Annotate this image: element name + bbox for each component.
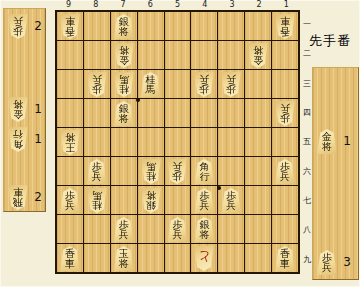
piece-kanji: 歩兵: [92, 162, 102, 182]
square-1-4[interactable]: 歩兵: [272, 99, 298, 127]
piece-gote-桂馬[interactable]: 桂馬: [140, 159, 162, 184]
piece-kanji: 歩兵: [92, 74, 102, 94]
piece-kanji: 王将: [65, 132, 75, 152]
star-point: [136, 98, 140, 102]
square-5-5[interactable]: [165, 128, 191, 156]
square-8-7[interactable]: 桂馬: [84, 186, 110, 214]
square-1-2[interactable]: [272, 41, 298, 69]
piece-gote-香車[interactable]: 香車: [274, 14, 296, 39]
square-9-7[interactable]: 歩兵: [57, 186, 83, 214]
file-label-9: 9: [55, 0, 82, 9]
square-4-6[interactable]: 角行: [191, 157, 217, 185]
file-label-8: 8: [82, 0, 109, 9]
square-5-4[interactable]: [165, 99, 191, 127]
file-label-2: 2: [246, 0, 273, 9]
square-3-5[interactable]: [218, 128, 244, 156]
piece-kanji: 角行: [199, 162, 209, 182]
square-4-4[interactable]: [191, 99, 217, 127]
piece-kanji: 歩兵: [199, 74, 209, 94]
piece-sente-歩兵[interactable]: 歩兵: [220, 188, 242, 213]
sente-captured-tray: 金将1歩兵3: [312, 67, 359, 280]
piece-sente-香車[interactable]: 香車: [59, 246, 81, 271]
piece-kanji: 香車: [280, 249, 290, 269]
square-7-4[interactable]: 銀将: [111, 99, 137, 127]
piece-gote-角行[interactable]: 角行: [7, 127, 29, 152]
piece-gote-桂馬[interactable]: 桂馬: [86, 188, 108, 213]
piece-kanji: 銀将: [119, 17, 129, 37]
captured-sente-歩兵[interactable]: 歩兵3: [316, 250, 354, 276]
piece-kanji: 角行: [13, 129, 23, 149]
square-9-1[interactable]: 香車: [57, 12, 83, 40]
square-1-1[interactable]: 香車: [272, 12, 298, 40]
gote-captured-tray: 歩兵2金将1角行1飛車2: [3, 8, 46, 212]
square-9-2[interactable]: [57, 41, 83, 69]
piece-gote-と[interactable]: と: [193, 246, 215, 271]
piece-kanji: 歩兵: [172, 220, 182, 240]
piece-sente-角行[interactable]: 角行: [193, 159, 215, 184]
square-1-8[interactable]: [272, 215, 298, 243]
square-8-3[interactable]: 歩兵: [84, 70, 110, 98]
square-8-5[interactable]: [84, 128, 110, 156]
piece-kanji: 桂馬: [146, 75, 156, 95]
square-1-3[interactable]: [272, 70, 298, 98]
file-label-5: 5: [164, 0, 191, 9]
file-label-4: 4: [191, 0, 218, 9]
square-8-1[interactable]: [84, 12, 110, 40]
square-5-7[interactable]: [165, 186, 191, 214]
piece-sente-桂馬[interactable]: 桂馬: [140, 72, 162, 97]
square-2-5[interactable]: [245, 128, 271, 156]
piece-gote-歩兵[interactable]: 歩兵: [86, 72, 108, 97]
square-7-7[interactable]: [111, 186, 137, 214]
piece-sente-玉将[interactable]: 玉将: [113, 246, 135, 271]
square-6-2[interactable]: [138, 41, 164, 69]
square-3-2[interactable]: [218, 41, 244, 69]
piece-kanji: 香車: [65, 249, 75, 269]
piece-sente-歩兵[interactable]: 歩兵: [86, 159, 108, 184]
piece-sente-銀将[interactable]: 銀将: [113, 14, 135, 39]
piece-sente-銀将[interactable]: 銀将: [193, 217, 215, 242]
square-9-3[interactable]: [57, 70, 83, 98]
piece-kanji: 玉将: [119, 249, 129, 269]
square-9-9[interactable]: 香車: [57, 244, 83, 272]
square-4-7[interactable]: 歩兵: [191, 186, 217, 214]
shogi-board: 香車銀将香車金将金将歩兵桂馬桂馬歩兵歩兵銀将歩兵王将歩兵桂馬歩兵角行歩兵歩兵桂馬…: [55, 10, 300, 274]
piece-kanji: 歩兵: [280, 162, 290, 182]
square-9-4[interactable]: [57, 99, 83, 127]
square-6-5[interactable]: [138, 128, 164, 156]
file-label-3: 3: [218, 0, 245, 9]
piece-kanji: 歩兵: [119, 220, 129, 240]
piece-gote-王将[interactable]: 王将: [59, 130, 81, 155]
piece-sente-歩兵[interactable]: 歩兵: [113, 217, 135, 242]
piece-gote-金将[interactable]: 金将: [113, 43, 135, 68]
captured-count: 1: [32, 101, 44, 117]
square-5-1[interactable]: [165, 12, 191, 40]
square-7-8[interactable]: 歩兵: [111, 215, 137, 243]
square-4-8[interactable]: 銀将: [191, 215, 217, 243]
square-6-3[interactable]: 桂馬: [138, 70, 164, 98]
piece-kanji: 金将: [253, 45, 263, 65]
piece-kanji: 香車: [65, 16, 75, 36]
captured-count: 1: [32, 131, 44, 147]
file-label-6: 6: [137, 0, 164, 9]
file-labels: 987654321: [55, 0, 300, 9]
piece-gote-飛車[interactable]: 飛車: [7, 185, 29, 210]
square-1-6[interactable]: 歩兵: [272, 157, 298, 185]
piece-kanji: 桂馬: [119, 74, 129, 94]
captured-count: 1: [341, 133, 353, 149]
square-2-6[interactable]: [245, 157, 271, 185]
square-6-6[interactable]: 桂馬: [138, 157, 164, 185]
piece-gote-歩兵[interactable]: 歩兵: [166, 159, 188, 184]
piece-gote-金将[interactable]: 金将: [247, 43, 269, 68]
piece-gote-歩兵[interactable]: 歩兵: [220, 72, 242, 97]
captured-gote-金将[interactable]: 金将1: [7, 97, 45, 123]
piece-gote-金将[interactable]: 金将: [7, 97, 29, 122]
square-7-1[interactable]: 銀将: [111, 12, 137, 40]
square-2-2[interactable]: 金将: [245, 41, 271, 69]
square-8-8[interactable]: [84, 215, 110, 243]
square-6-7[interactable]: 銀将: [138, 186, 164, 214]
square-4-9[interactable]: と: [191, 244, 217, 272]
captured-count: 2: [32, 18, 44, 34]
square-4-3[interactable]: 歩兵: [191, 70, 217, 98]
square-5-3[interactable]: [165, 70, 191, 98]
square-6-8[interactable]: [138, 215, 164, 243]
square-3-1[interactable]: [218, 12, 244, 40]
square-8-4[interactable]: [84, 99, 110, 127]
captured-gote-飛車[interactable]: 飛車2: [7, 185, 45, 211]
file-label-7: 7: [109, 0, 136, 9]
square-4-5[interactable]: [191, 128, 217, 156]
piece-kanji: 桂馬: [92, 190, 102, 210]
piece-kanji: 銀将: [146, 190, 156, 210]
square-6-9[interactable]: [138, 244, 164, 272]
square-4-2[interactable]: [191, 41, 217, 69]
square-7-3[interactable]: 桂馬: [111, 70, 137, 98]
piece-gote-歩兵[interactable]: 歩兵: [7, 14, 29, 39]
square-3-6[interactable]: [218, 157, 244, 185]
square-5-8[interactable]: 歩兵: [165, 215, 191, 243]
captured-gote-角行[interactable]: 角行1: [7, 127, 45, 153]
square-2-4[interactable]: [245, 99, 271, 127]
captured-count: 3: [341, 254, 353, 270]
piece-kanji: 金将: [119, 45, 129, 65]
square-3-4[interactable]: [218, 99, 244, 127]
square-7-9[interactable]: 玉将: [111, 244, 137, 272]
square-1-7[interactable]: [272, 186, 298, 214]
square-5-6[interactable]: 歩兵: [165, 157, 191, 185]
square-6-1[interactable]: [138, 12, 164, 40]
piece-kanji: 歩兵: [172, 161, 182, 181]
square-7-5[interactable]: [111, 128, 137, 156]
square-2-8[interactable]: [245, 215, 271, 243]
piece-sente-歩兵[interactable]: 歩兵: [316, 250, 338, 275]
piece-gote-歩兵[interactable]: 歩兵: [193, 72, 215, 97]
square-1-9[interactable]: 香車: [272, 244, 298, 272]
captured-count: 2: [32, 189, 44, 205]
square-2-9[interactable]: [245, 244, 271, 272]
piece-kanji: 金将: [13, 99, 23, 119]
piece-gote-桂馬[interactable]: 桂馬: [113, 72, 135, 97]
captured-gote-歩兵[interactable]: 歩兵2: [7, 14, 45, 40]
piece-kanji: 歩兵: [13, 16, 23, 36]
captured-sente-金将[interactable]: 金将1: [316, 129, 354, 155]
piece-sente-歩兵[interactable]: 歩兵: [274, 159, 296, 184]
piece-gote-銀将[interactable]: 銀将: [140, 188, 162, 213]
square-2-3[interactable]: [245, 70, 271, 98]
piece-kanji: と: [198, 251, 211, 268]
shogi-app: 歩兵2金将1角行1飛車2 987654321 一二三四五六七八九 香車銀将香車金…: [0, 0, 360, 287]
square-6-4[interactable]: [138, 99, 164, 127]
piece-kanji: 歩兵: [226, 74, 236, 94]
square-9-5[interactable]: 王将: [57, 128, 83, 156]
square-4-1[interactable]: [191, 12, 217, 40]
piece-kanji: 歩兵: [322, 253, 332, 273]
square-3-3[interactable]: 歩兵: [218, 70, 244, 98]
square-3-8[interactable]: [218, 215, 244, 243]
piece-kanji: 桂馬: [146, 161, 156, 181]
piece-sente-金将[interactable]: 金将: [316, 129, 338, 154]
turn-indicator: 先手番: [309, 33, 359, 49]
piece-kanji: 歩兵: [199, 191, 209, 211]
piece-kanji: 香車: [280, 16, 290, 36]
square-3-9[interactable]: [218, 244, 244, 272]
square-2-7[interactable]: [245, 186, 271, 214]
square-5-9[interactable]: [165, 244, 191, 272]
square-8-9[interactable]: [84, 244, 110, 272]
piece-kanji: 銀将: [119, 104, 129, 124]
square-2-1[interactable]: [245, 12, 271, 40]
square-9-6[interactable]: [57, 157, 83, 185]
piece-sente-歩兵[interactable]: 歩兵: [193, 188, 215, 213]
piece-sente-歩兵[interactable]: 歩兵: [166, 217, 188, 242]
piece-sente-香車[interactable]: 香車: [274, 246, 296, 271]
piece-kanji: 歩兵: [226, 191, 236, 211]
piece-sente-銀将[interactable]: 銀将: [113, 101, 135, 126]
piece-gote-香車[interactable]: 香車: [59, 14, 81, 39]
piece-kanji: 歩兵: [280, 103, 290, 123]
square-3-7[interactable]: 歩兵: [218, 186, 244, 214]
piece-kanji: 飛車: [13, 187, 23, 207]
square-5-2[interactable]: [165, 41, 191, 69]
square-9-8[interactable]: [57, 215, 83, 243]
piece-kanji: 銀将: [199, 220, 209, 240]
square-8-6[interactable]: 歩兵: [84, 157, 110, 185]
piece-kanji: 金将: [322, 132, 332, 152]
square-7-2[interactable]: 金将: [111, 41, 137, 69]
square-1-5[interactable]: [272, 128, 298, 156]
square-7-6[interactable]: [111, 157, 137, 185]
piece-sente-歩兵[interactable]: 歩兵: [59, 188, 81, 213]
square-8-2[interactable]: [84, 41, 110, 69]
star-point: [217, 186, 221, 190]
file-label-1: 1: [273, 0, 300, 9]
piece-kanji: 歩兵: [65, 191, 75, 211]
piece-gote-歩兵[interactable]: 歩兵: [274, 101, 296, 126]
